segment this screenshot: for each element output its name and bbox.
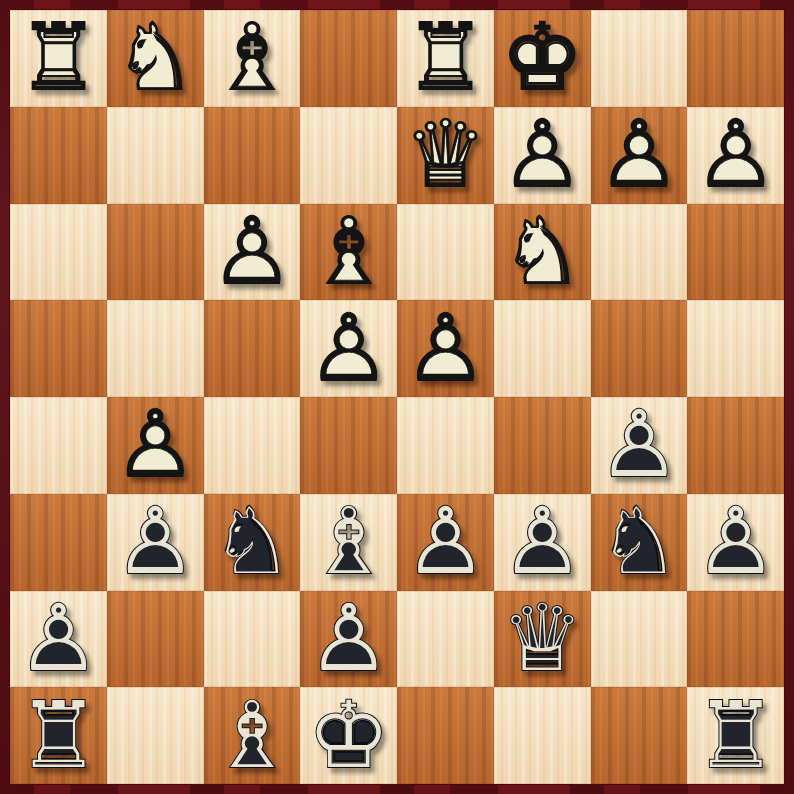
piece-black-rook-a8[interactable]: ♜♖ [687,687,784,784]
square-c4[interactable] [494,300,591,397]
piece-black-pawn-e7[interactable]: ♟♙ [300,591,397,688]
square-b6[interactable]: ♞♘ [591,494,688,591]
square-a2[interactable]: ♟♙ [687,107,784,204]
square-d5[interactable] [397,397,494,494]
square-a4[interactable] [687,300,784,397]
piece-black-pawn-c6[interactable]: ♟♙ [494,494,591,591]
square-h4[interactable] [10,300,107,397]
square-e4[interactable]: ♟♙ [300,300,397,397]
square-e3[interactable]: ♝♗ [300,204,397,301]
square-b4[interactable] [591,300,688,397]
square-c6[interactable]: ♟♙ [494,494,591,591]
piece-white-pawn-e4[interactable]: ♟♙ [300,300,397,397]
square-b5[interactable]: ♟♙ [591,397,688,494]
chess-board: ♜♖♞♘♝♗♜♖♚♔♛♕♟♙♟♙♟♙♟♙♝♗♞♘♟♙♟♙♟♙♟♙♟♙♞♘♝♗♟♙… [10,10,784,784]
piece-black-bishop-e6[interactable]: ♝♗ [300,494,397,591]
square-h6[interactable] [10,494,107,591]
square-d7[interactable] [397,591,494,688]
board-frame: ♜♖♞♘♝♗♜♖♚♔♛♕♟♙♟♙♟♙♟♙♝♗♞♘♟♙♟♙♟♙♟♙♟♙♞♘♝♗♟♙… [0,0,794,794]
square-e2[interactable] [300,107,397,204]
square-f6[interactable]: ♞♘ [204,494,301,591]
square-e8[interactable]: ♚♔ [300,687,397,784]
piece-black-knight-f6[interactable]: ♞♘ [204,494,301,591]
piece-black-pawn-g6[interactable]: ♟♙ [107,494,204,591]
square-b8[interactable] [591,687,688,784]
piece-white-pawn-b2[interactable]: ♟♙ [591,107,688,204]
piece-black-rook-h8[interactable]: ♜♖ [10,687,107,784]
piece-white-bishop-e3[interactable]: ♝♗ [300,204,397,301]
piece-white-pawn-c2[interactable]: ♟♙ [494,107,591,204]
square-h8[interactable]: ♜♖ [10,687,107,784]
square-c1[interactable]: ♚♔ [494,10,591,107]
square-a5[interactable] [687,397,784,494]
square-g7[interactable] [107,591,204,688]
piece-white-queen-d2[interactable]: ♛♕ [397,107,494,204]
square-a8[interactable]: ♜♖ [687,687,784,784]
piece-white-rook-d1[interactable]: ♜♖ [397,10,494,107]
square-b3[interactable] [591,204,688,301]
square-f8[interactable]: ♝♗ [204,687,301,784]
square-c2[interactable]: ♟♙ [494,107,591,204]
square-h7[interactable]: ♟♙ [10,591,107,688]
square-g2[interactable] [107,107,204,204]
square-e6[interactable]: ♝♗ [300,494,397,591]
piece-white-pawn-f3[interactable]: ♟♙ [204,204,301,301]
square-g3[interactable] [107,204,204,301]
piece-white-rook-h1[interactable]: ♜♖ [10,10,107,107]
square-e7[interactable]: ♟♙ [300,591,397,688]
piece-white-king-c1[interactable]: ♚♔ [494,10,591,107]
square-b7[interactable] [591,591,688,688]
piece-white-pawn-g5[interactable]: ♟♙ [107,397,204,494]
piece-black-bishop-f8[interactable]: ♝♗ [204,687,301,784]
square-h2[interactable] [10,107,107,204]
square-f3[interactable]: ♟♙ [204,204,301,301]
square-g5[interactable]: ♟♙ [107,397,204,494]
square-d8[interactable] [397,687,494,784]
square-a3[interactable] [687,204,784,301]
piece-white-pawn-a2[interactable]: ♟♙ [687,107,784,204]
square-b1[interactable] [591,10,688,107]
piece-black-pawn-h7[interactable]: ♟♙ [10,591,107,688]
square-f1[interactable]: ♝♗ [204,10,301,107]
piece-black-king-e8[interactable]: ♚♔ [300,687,397,784]
square-a1[interactable] [687,10,784,107]
square-a7[interactable] [687,591,784,688]
square-d3[interactable] [397,204,494,301]
square-c7[interactable]: ♛♕ [494,591,591,688]
square-f4[interactable] [204,300,301,397]
square-c8[interactable] [494,687,591,784]
square-d1[interactable]: ♜♖ [397,10,494,107]
square-g8[interactable] [107,687,204,784]
piece-black-queen-c7[interactable]: ♛♕ [494,591,591,688]
piece-black-pawn-b5[interactable]: ♟♙ [591,397,688,494]
square-d6[interactable]: ♟♙ [397,494,494,591]
square-h5[interactable] [10,397,107,494]
square-d2[interactable]: ♛♕ [397,107,494,204]
square-b2[interactable]: ♟♙ [591,107,688,204]
square-g4[interactable] [107,300,204,397]
square-g6[interactable]: ♟♙ [107,494,204,591]
piece-white-knight-c3[interactable]: ♞♘ [494,204,591,301]
square-c5[interactable] [494,397,591,494]
piece-white-pawn-d4[interactable]: ♟♙ [397,300,494,397]
square-h1[interactable]: ♜♖ [10,10,107,107]
piece-white-knight-g1[interactable]: ♞♘ [107,10,204,107]
square-c3[interactable]: ♞♘ [494,204,591,301]
square-g1[interactable]: ♞♘ [107,10,204,107]
piece-black-pawn-d6[interactable]: ♟♙ [397,494,494,591]
piece-black-knight-b6[interactable]: ♞♘ [591,494,688,591]
square-f2[interactable] [204,107,301,204]
square-a6[interactable]: ♟♙ [687,494,784,591]
square-d4[interactable]: ♟♙ [397,300,494,397]
piece-white-bishop-f1[interactable]: ♝♗ [204,10,301,107]
square-f7[interactable] [204,591,301,688]
square-f5[interactable] [204,397,301,494]
square-e1[interactable] [300,10,397,107]
square-h3[interactable] [10,204,107,301]
piece-black-pawn-a6[interactable]: ♟♙ [687,494,784,591]
square-e5[interactable] [300,397,397,494]
